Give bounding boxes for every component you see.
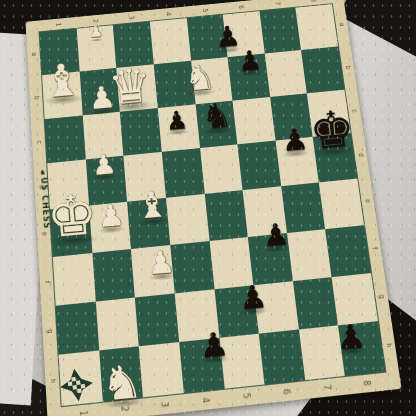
piece-shadow: [93, 173, 118, 181]
piece-white-pawn-on-border[interactable]: ♟: [89, 24, 104, 40]
piece-shadow: [167, 128, 190, 135]
piece-black-knight-c5[interactable]: ♞: [200, 97, 233, 134]
piece-shadow: [90, 38, 104, 42]
piece-shadow: [137, 216, 170, 227]
piece-white-pawn-b2[interactable]: ♟: [87, 82, 116, 114]
us-chess-knight-logo: [57, 360, 96, 410]
piece-shadow: [98, 225, 125, 234]
piece-black-king-d8[interactable]: ♚: [307, 103, 356, 157]
piece-shadow: [282, 149, 309, 158]
piece-shadow: [239, 69, 264, 77]
pieces-layer: ♝♟♛♞♚♟♟♝♟♞♟♟♟♞♟♚♟♟♟♟♟: [0, 0, 416, 416]
piece-black-pawn-f6[interactable]: ♟: [261, 219, 290, 251]
piece-white-pawn-f3[interactable]: ♟: [146, 246, 176, 279]
piece-black-pawn-h4[interactable]: ♟: [198, 327, 230, 362]
piece-white-bishop-b1[interactable]: ♝: [40, 57, 83, 104]
piece-white-pawn-d2[interactable]: ♟: [91, 150, 117, 179]
piece-white-knight-b5[interactable]: ♞: [183, 59, 216, 96]
piece-white-pawn-e2[interactable]: ♟: [96, 200, 125, 232]
photo-of-chess-position: 12345678 12345678 abcdefgh abcdefgh ♞US …: [0, 0, 416, 416]
piece-shadow: [263, 244, 290, 253]
piece-black-pawn-c7[interactable]: ♟: [280, 124, 309, 156]
piece-black-pawn-c4[interactable]: ♟: [165, 107, 190, 134]
piece-black-pawn-b7[interactable]: ♟: [237, 46, 263, 75]
piece-black-pawn-g5[interactable]: ♟: [237, 280, 268, 314]
piece-white-king-e1[interactable]: ♚: [45, 186, 100, 246]
piece-shadow: [148, 272, 176, 281]
piece-white-knight-h2[interactable]: ♞: [99, 358, 144, 407]
piece-white-bishop-e3[interactable]: ♝: [134, 186, 169, 225]
piece-black-pawn-h7[interactable]: ♟: [335, 319, 367, 354]
